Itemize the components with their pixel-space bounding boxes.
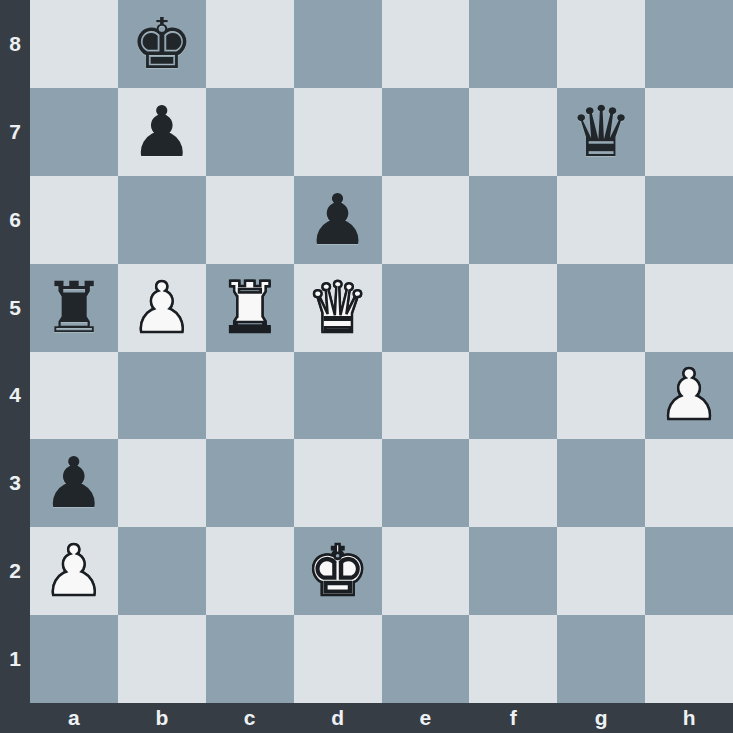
piece-black-pawn[interactable]: ♟ [306,185,369,255]
square-a6[interactable] [30,176,118,264]
square-e6[interactable] [382,176,470,264]
file-label-b: b [118,703,206,733]
square-d2[interactable]: ♚ [294,527,382,615]
square-c8[interactable] [206,0,294,88]
square-h4[interactable]: ♟ [645,352,733,440]
square-b6[interactable] [118,176,206,264]
square-b4[interactable] [118,352,206,440]
square-f3[interactable] [469,439,557,527]
square-b1[interactable] [118,615,206,703]
square-h1[interactable] [645,615,733,703]
square-f8[interactable] [469,0,557,88]
square-e5[interactable] [382,264,470,352]
square-g8[interactable] [557,0,645,88]
piece-black-king[interactable]: ♚ [130,9,193,79]
square-h2[interactable] [645,527,733,615]
square-e8[interactable] [382,0,470,88]
square-a8[interactable] [30,0,118,88]
square-d1[interactable] [294,615,382,703]
piece-white-pawn[interactable]: ♟ [130,273,193,343]
square-b5[interactable]: ♟ [118,264,206,352]
square-f6[interactable] [469,176,557,264]
rank-label-8: 8 [0,0,30,88]
square-d3[interactable] [294,439,382,527]
piece-white-queen[interactable]: ♛ [306,273,369,343]
square-g6[interactable] [557,176,645,264]
piece-black-pawn[interactable]: ♟ [130,97,193,167]
file-label-e: e [382,703,470,733]
file-label-g: g [557,703,645,733]
piece-white-pawn[interactable]: ♟ [43,536,106,606]
piece-black-pawn[interactable]: ♟ [43,448,106,518]
square-h6[interactable] [645,176,733,264]
square-h5[interactable] [645,264,733,352]
square-d4[interactable] [294,352,382,440]
rank-label-1: 1 [0,615,30,703]
square-d7[interactable] [294,88,382,176]
square-f1[interactable] [469,615,557,703]
square-g3[interactable] [557,439,645,527]
square-a1[interactable] [30,615,118,703]
square-e2[interactable] [382,527,470,615]
rank-label-7: 7 [0,88,30,176]
square-b2[interactable] [118,527,206,615]
file-label-h: h [645,703,733,733]
piece-white-pawn[interactable]: ♟ [658,360,721,430]
rank-label-2: 2 [0,527,30,615]
file-label-a: a [30,703,118,733]
file-label-c: c [206,703,294,733]
square-c4[interactable] [206,352,294,440]
square-c6[interactable] [206,176,294,264]
square-a4[interactable] [30,352,118,440]
square-e1[interactable] [382,615,470,703]
rank-labels: 87654321 [0,0,30,703]
square-c7[interactable] [206,88,294,176]
square-b8[interactable]: ♚ [118,0,206,88]
rank-label-5: 5 [0,264,30,352]
square-f7[interactable] [469,88,557,176]
square-c2[interactable] [206,527,294,615]
square-g5[interactable] [557,264,645,352]
square-h8[interactable] [645,0,733,88]
piece-white-king[interactable]: ♚ [306,536,369,606]
square-b3[interactable] [118,439,206,527]
square-g1[interactable] [557,615,645,703]
file-labels: abcdefgh [0,703,733,733]
square-d5[interactable]: ♛ [294,264,382,352]
file-label-f: f [469,703,557,733]
square-e3[interactable] [382,439,470,527]
square-b7[interactable]: ♟ [118,88,206,176]
square-a5[interactable]: ♜ [30,264,118,352]
square-f5[interactable] [469,264,557,352]
square-g2[interactable] [557,527,645,615]
square-e4[interactable] [382,352,470,440]
file-label-d: d [294,703,382,733]
chess-board-frame: 87654321 ♚♟♛♟♜♟♜♛♟♟♟♚ abcdefgh [0,0,733,733]
square-c1[interactable] [206,615,294,703]
square-d6[interactable]: ♟ [294,176,382,264]
piece-black-queen[interactable]: ♛ [570,97,633,167]
square-e7[interactable] [382,88,470,176]
chess-board: ♚♟♛♟♜♟♜♛♟♟♟♚ [30,0,733,703]
square-d8[interactable] [294,0,382,88]
square-f2[interactable] [469,527,557,615]
square-g7[interactable]: ♛ [557,88,645,176]
square-a7[interactable] [30,88,118,176]
square-c3[interactable] [206,439,294,527]
square-h3[interactable] [645,439,733,527]
square-h7[interactable] [645,88,733,176]
piece-black-rook[interactable]: ♜ [43,273,106,343]
rank-label-6: 6 [0,176,30,264]
rank-label-4: 4 [0,352,30,440]
square-a2[interactable]: ♟ [30,527,118,615]
rank-label-3: 3 [0,439,30,527]
square-g4[interactable] [557,352,645,440]
square-c5[interactable]: ♜ [206,264,294,352]
square-f4[interactable] [469,352,557,440]
piece-white-rook[interactable]: ♜ [218,273,281,343]
board-area: 87654321 ♚♟♛♟♜♟♜♛♟♟♟♚ [0,0,733,703]
square-a3[interactable]: ♟ [30,439,118,527]
